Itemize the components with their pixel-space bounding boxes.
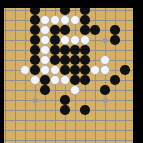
window-frame bbox=[0, 0, 143, 143]
grid-line-v bbox=[15, 8, 16, 143]
stone-black[interactable] bbox=[60, 105, 70, 115]
star-point bbox=[102, 37, 108, 43]
stone-white[interactable] bbox=[70, 85, 80, 95]
stone-black[interactable] bbox=[50, 55, 60, 65]
stone-white[interactable] bbox=[60, 15, 70, 25]
stone-black[interactable] bbox=[80, 105, 90, 115]
stone-white[interactable] bbox=[90, 65, 100, 75]
stone-white[interactable] bbox=[80, 35, 90, 45]
grid-line-h bbox=[4, 130, 133, 131]
stone-black[interactable] bbox=[110, 75, 120, 85]
stone-black[interactable] bbox=[30, 35, 40, 45]
stone-white[interactable] bbox=[20, 65, 30, 75]
stone-black[interactable] bbox=[60, 45, 70, 55]
stone-black[interactable] bbox=[60, 25, 70, 35]
stone-white[interactable] bbox=[70, 15, 80, 25]
stone-black[interactable] bbox=[90, 25, 100, 35]
star-point bbox=[102, 97, 108, 103]
stone-black[interactable] bbox=[80, 45, 90, 55]
stone-white[interactable] bbox=[40, 35, 50, 45]
grid-line-h bbox=[4, 90, 133, 91]
stone-black[interactable] bbox=[50, 45, 60, 55]
stone-black[interactable] bbox=[80, 75, 90, 85]
stone-white[interactable] bbox=[50, 15, 60, 25]
stone-black[interactable] bbox=[30, 25, 40, 35]
stone-white[interactable] bbox=[40, 25, 50, 35]
stone-white[interactable] bbox=[60, 75, 70, 85]
stone-black[interactable] bbox=[80, 15, 90, 25]
stone-black[interactable] bbox=[80, 65, 90, 75]
stone-white[interactable] bbox=[50, 65, 60, 75]
stone-black[interactable] bbox=[50, 35, 60, 45]
stone-black[interactable] bbox=[70, 75, 80, 85]
stone-black[interactable] bbox=[80, 25, 90, 35]
stone-black[interactable] bbox=[30, 15, 40, 25]
grid-line-v bbox=[105, 8, 106, 143]
stone-white[interactable] bbox=[40, 55, 50, 65]
stone-black[interactable] bbox=[30, 8, 40, 15]
stone-black[interactable] bbox=[40, 75, 50, 85]
stone-black[interactable] bbox=[30, 55, 40, 65]
stone-white[interactable] bbox=[100, 65, 110, 75]
stone-black[interactable] bbox=[60, 65, 70, 75]
stone-black[interactable] bbox=[120, 65, 130, 75]
stone-white[interactable] bbox=[30, 75, 40, 85]
stone-black[interactable] bbox=[60, 55, 70, 65]
stone-white[interactable] bbox=[40, 65, 50, 75]
grid-line-v bbox=[5, 8, 6, 143]
go-board[interactable] bbox=[4, 8, 133, 143]
stone-black[interactable] bbox=[70, 65, 80, 75]
stone-black[interactable] bbox=[80, 8, 90, 15]
stone-black[interactable] bbox=[100, 85, 110, 95]
stone-black[interactable] bbox=[30, 65, 40, 75]
grid-line-h bbox=[4, 140, 133, 141]
stone-white[interactable] bbox=[70, 35, 80, 45]
stone-black[interactable] bbox=[80, 55, 90, 65]
stone-white[interactable] bbox=[60, 35, 70, 45]
stone-black[interactable] bbox=[50, 25, 60, 35]
stone-black[interactable] bbox=[40, 85, 50, 95]
stone-white[interactable] bbox=[100, 55, 110, 65]
star-point bbox=[32, 97, 38, 103]
stone-black[interactable] bbox=[70, 55, 80, 65]
stone-black[interactable] bbox=[60, 95, 70, 105]
stone-white[interactable] bbox=[40, 15, 50, 25]
stone-black[interactable] bbox=[70, 45, 80, 55]
stone-white[interactable] bbox=[40, 45, 50, 55]
stone-white[interactable] bbox=[50, 75, 60, 85]
grid-line-v bbox=[125, 8, 126, 143]
stone-black[interactable] bbox=[60, 8, 70, 15]
stone-black[interactable] bbox=[30, 45, 40, 55]
grid-line-v bbox=[25, 8, 26, 143]
grid-line-h bbox=[4, 120, 133, 121]
stone-black[interactable] bbox=[110, 35, 120, 45]
stone-black[interactable] bbox=[110, 25, 120, 35]
